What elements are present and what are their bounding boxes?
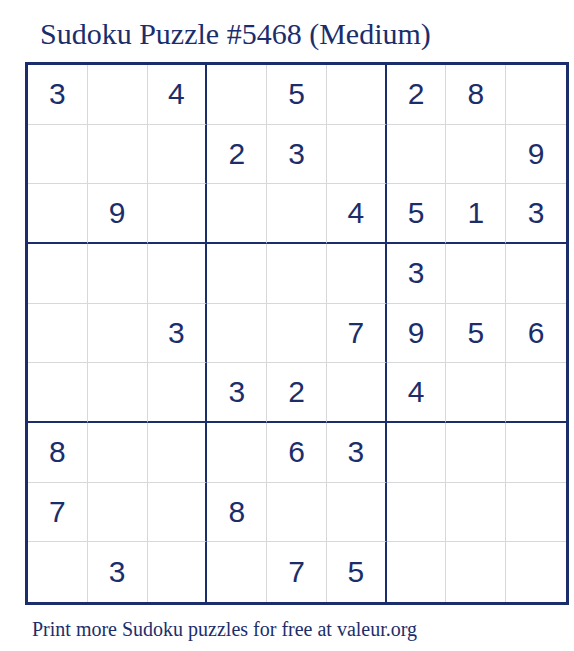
sudoku-cell-r4c6 — [327, 244, 387, 304]
sudoku-cell-r9c4 — [207, 542, 267, 602]
sudoku-cell-r5c4 — [207, 304, 267, 364]
sudoku-cell-r8c1: 7 — [28, 483, 88, 543]
sudoku-cell-r4c5 — [267, 244, 327, 304]
sudoku-cell-r6c8 — [446, 363, 506, 423]
sudoku-cell-r9c6: 5 — [327, 542, 387, 602]
sudoku-cell-r1c7: 2 — [387, 65, 447, 125]
sudoku-cell-r7c5: 6 — [267, 423, 327, 483]
sudoku-cell-r5c8: 5 — [446, 304, 506, 364]
sudoku-cell-r8c3 — [148, 483, 208, 543]
sudoku-cell-r2c7 — [387, 125, 447, 185]
sudoku-cell-r9c8 — [446, 542, 506, 602]
sudoku-cell-r4c4 — [207, 244, 267, 304]
sudoku-cell-r2c8 — [446, 125, 506, 185]
sudoku-cell-r2c9: 9 — [506, 125, 566, 185]
sudoku-cell-r5c2 — [88, 304, 148, 364]
sudoku-cell-r8c7 — [387, 483, 447, 543]
sudoku-cell-r3c5 — [267, 184, 327, 244]
sudoku-cell-r7c4 — [207, 423, 267, 483]
sudoku-cell-r3c6: 4 — [327, 184, 387, 244]
puzzle-title: Sudoku Puzzle #5468 (Medium) — [40, 17, 431, 51]
sudoku-cell-r1c3: 4 — [148, 65, 208, 125]
sudoku-cell-r2c2 — [88, 125, 148, 185]
sudoku-cell-r8c8 — [446, 483, 506, 543]
sudoku-cell-r4c3 — [148, 244, 208, 304]
sudoku-cell-r5c7: 9 — [387, 304, 447, 364]
sudoku-cell-r1c6 — [327, 65, 387, 125]
sudoku-cell-r8c5 — [267, 483, 327, 543]
sudoku-cell-r3c9: 3 — [506, 184, 566, 244]
sudoku-cell-r1c1: 3 — [28, 65, 88, 125]
sudoku-cell-r9c7 — [387, 542, 447, 602]
sudoku-cell-r7c3 — [148, 423, 208, 483]
sudoku-cell-r2c1 — [28, 125, 88, 185]
sudoku-cell-r9c5: 7 — [267, 542, 327, 602]
sudoku-cell-r7c6: 3 — [327, 423, 387, 483]
sudoku-cell-r9c2: 3 — [88, 542, 148, 602]
sudoku-cell-r8c6 — [327, 483, 387, 543]
sudoku-cell-r9c3 — [148, 542, 208, 602]
footer-text: Print more Sudoku puzzles for free at va… — [32, 618, 417, 641]
sudoku-cell-r1c8: 8 — [446, 65, 506, 125]
sudoku-cell-r3c7: 5 — [387, 184, 447, 244]
sudoku-board: 345282399451333795632486378375 — [25, 62, 569, 605]
sudoku-cell-r9c9 — [506, 542, 566, 602]
sudoku-cell-r7c8 — [446, 423, 506, 483]
sudoku-cell-r7c9 — [506, 423, 566, 483]
sudoku-cell-r2c4: 2 — [207, 125, 267, 185]
sudoku-cell-r2c3 — [148, 125, 208, 185]
sudoku-cell-r9c1 — [28, 542, 88, 602]
sudoku-cell-r5c9: 6 — [506, 304, 566, 364]
sudoku-cell-r2c6 — [327, 125, 387, 185]
sudoku-cell-r1c2 — [88, 65, 148, 125]
sudoku-cell-r4c2 — [88, 244, 148, 304]
sudoku-cell-r4c1 — [28, 244, 88, 304]
sudoku-cell-r1c5: 5 — [267, 65, 327, 125]
sudoku-cell-r6c2 — [88, 363, 148, 423]
sudoku-cell-r7c2 — [88, 423, 148, 483]
sudoku-cell-r3c2: 9 — [88, 184, 148, 244]
sudoku-cell-r7c1: 8 — [28, 423, 88, 483]
sudoku-cell-r2c5: 3 — [267, 125, 327, 185]
sudoku-cell-r5c5 — [267, 304, 327, 364]
sudoku-cell-r3c3 — [148, 184, 208, 244]
sudoku-cell-r4c8 — [446, 244, 506, 304]
sudoku-cell-r6c9 — [506, 363, 566, 423]
sudoku-cell-r5c1 — [28, 304, 88, 364]
sudoku-cell-r6c3 — [148, 363, 208, 423]
sudoku-cell-r6c7: 4 — [387, 363, 447, 423]
sudoku-cell-r1c9 — [506, 65, 566, 125]
sudoku-cell-r8c9 — [506, 483, 566, 543]
sudoku-cell-r3c4 — [207, 184, 267, 244]
sudoku-page: Sudoku Puzzle #5468 (Medium) 34528239945… — [0, 0, 574, 651]
sudoku-cell-r6c1 — [28, 363, 88, 423]
sudoku-cell-r1c4 — [207, 65, 267, 125]
sudoku-cell-r4c7: 3 — [387, 244, 447, 304]
sudoku-cell-r8c2 — [88, 483, 148, 543]
sudoku-cell-r6c4: 3 — [207, 363, 267, 423]
sudoku-cell-r4c9 — [506, 244, 566, 304]
sudoku-cell-r5c6: 7 — [327, 304, 387, 364]
sudoku-cell-r6c5: 2 — [267, 363, 327, 423]
sudoku-cell-r7c7 — [387, 423, 447, 483]
sudoku-cell-r3c1 — [28, 184, 88, 244]
sudoku-cell-r6c6 — [327, 363, 387, 423]
sudoku-cell-r5c3: 3 — [148, 304, 208, 364]
sudoku-cell-r8c4: 8 — [207, 483, 267, 543]
sudoku-cell-r3c8: 1 — [446, 184, 506, 244]
